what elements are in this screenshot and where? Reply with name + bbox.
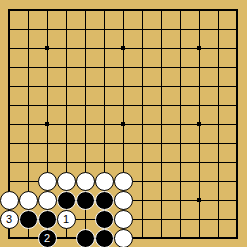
- stone-white[interactable]: [57, 172, 76, 191]
- stone-white[interactable]: [114, 172, 133, 191]
- stone-black[interactable]: [95, 191, 114, 210]
- stone-black[interactable]: [95, 229, 114, 247]
- go-board[interactable]: 312: [0, 0, 247, 247]
- stone-white[interactable]: [76, 172, 95, 191]
- stone-black-move-2[interactable]: 2: [38, 229, 57, 247]
- stone-white-move-1[interactable]: 1: [57, 210, 76, 229]
- stone-white[interactable]: [19, 191, 38, 210]
- stone-white-move-3[interactable]: 3: [0, 210, 19, 229]
- stone-black[interactable]: [76, 191, 95, 210]
- stone-white[interactable]: [114, 191, 133, 210]
- stone-white[interactable]: [114, 229, 133, 247]
- stone-white[interactable]: [38, 172, 57, 191]
- stone-white[interactable]: [95, 172, 114, 191]
- stones-grid[interactable]: 312: [0, 1, 247, 247]
- stone-black[interactable]: [38, 210, 57, 229]
- stone-black[interactable]: [19, 210, 38, 229]
- stone-black[interactable]: [57, 191, 76, 210]
- stone-black[interactable]: [95, 210, 114, 229]
- stone-white[interactable]: [0, 191, 19, 210]
- stone-white[interactable]: [38, 191, 57, 210]
- stone-white[interactable]: [114, 210, 133, 229]
- stone-black[interactable]: [76, 229, 95, 247]
